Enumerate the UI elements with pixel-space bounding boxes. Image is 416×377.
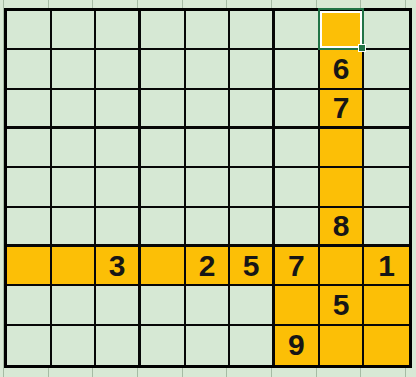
spreadsheet-canvas: { "game": "sudoku", "position": ".......… (0, 0, 416, 377)
cell-r2c5[interactable] (186, 50, 231, 89)
cell-r2c9[interactable] (364, 50, 409, 89)
selection-border (318, 8, 365, 50)
cell-r5c9[interactable] (364, 168, 409, 207)
cell-r9c4[interactable] (141, 326, 186, 365)
cell-r9c6[interactable] (230, 326, 275, 365)
cell-r8c3[interactable] (96, 286, 141, 325)
cell-r6c6[interactable] (230, 208, 275, 247)
cell-r1c6[interactable] (230, 11, 275, 50)
cell-r8c7[interactable] (275, 286, 320, 325)
sudoku-board: 6783257159 (4, 8, 412, 368)
cell-r3c9[interactable] (364, 90, 409, 129)
cell-r2c4[interactable] (141, 50, 186, 89)
cell-r1c4[interactable] (141, 11, 186, 50)
cell-r3c1[interactable] (7, 90, 52, 129)
cell-r4c6[interactable] (230, 129, 275, 168)
cell-r6c8[interactable]: 8 (320, 208, 365, 247)
cell-r5c4[interactable] (141, 168, 186, 207)
cell-r3c6[interactable] (230, 90, 275, 129)
cell-r9c3[interactable] (96, 326, 141, 365)
cell-r3c7[interactable] (275, 90, 320, 129)
cell-r5c2[interactable] (52, 168, 97, 207)
cell-r4c4[interactable] (141, 129, 186, 168)
cell-r2c7[interactable] (275, 50, 320, 89)
cell-r2c6[interactable] (230, 50, 275, 89)
cell-r3c8[interactable]: 7 (320, 90, 365, 129)
cell-r7c1[interactable] (7, 247, 52, 286)
cell-r7c7[interactable]: 7 (275, 247, 320, 286)
cell-r9c5[interactable] (186, 326, 231, 365)
cell-r8c9[interactable] (364, 286, 409, 325)
cell-r8c1[interactable] (7, 286, 52, 325)
cell-r7c2[interactable] (52, 247, 97, 286)
cell-r6c3[interactable] (96, 208, 141, 247)
cell-r1c2[interactable] (52, 11, 97, 50)
cell-r7c4[interactable] (141, 247, 186, 286)
cell-r4c7[interactable] (275, 129, 320, 168)
cell-r8c5[interactable] (186, 286, 231, 325)
cell-r7c5[interactable]: 2 (186, 247, 231, 286)
cell-r1c1[interactable] (7, 11, 52, 50)
cell-r1c7[interactable] (275, 11, 320, 50)
fill-handle[interactable] (358, 44, 366, 52)
cell-r9c2[interactable] (52, 326, 97, 365)
cell-r5c3[interactable] (96, 168, 141, 207)
cell-r7c9[interactable]: 1 (364, 247, 409, 286)
cell-r3c3[interactable] (96, 90, 141, 129)
cell-r4c5[interactable] (186, 129, 231, 168)
cell-r1c9[interactable] (364, 11, 409, 50)
cell-r1c8[interactable] (320, 11, 365, 50)
cell-r3c5[interactable] (186, 90, 231, 129)
cell-r7c8[interactable] (320, 247, 365, 286)
cell-r6c5[interactable] (186, 208, 231, 247)
cell-r8c4[interactable] (141, 286, 186, 325)
cell-r7c6[interactable]: 5 (230, 247, 275, 286)
cell-r5c8[interactable] (320, 168, 365, 207)
cell-r4c3[interactable] (96, 129, 141, 168)
cell-r2c2[interactable] (52, 50, 97, 89)
cell-r4c1[interactable] (7, 129, 52, 168)
cell-r8c2[interactable] (52, 286, 97, 325)
cell-r6c1[interactable] (7, 208, 52, 247)
cell-r2c3[interactable] (96, 50, 141, 89)
cell-r5c7[interactable] (275, 168, 320, 207)
cell-r9c1[interactable] (7, 326, 52, 365)
cell-r6c4[interactable] (141, 208, 186, 247)
cell-r7c3[interactable]: 3 (96, 247, 141, 286)
cell-r3c4[interactable] (141, 90, 186, 129)
cell-r3c2[interactable] (52, 90, 97, 129)
cell-r6c9[interactable] (364, 208, 409, 247)
cell-r5c5[interactable] (186, 168, 231, 207)
cell-r8c8[interactable]: 5 (320, 286, 365, 325)
cell-r6c2[interactable] (52, 208, 97, 247)
cell-r1c3[interactable] (96, 11, 141, 50)
cell-r9c9[interactable] (364, 326, 409, 365)
cell-r2c1[interactable] (7, 50, 52, 89)
cell-r9c7[interactable]: 9 (275, 326, 320, 365)
cell-r8c6[interactable] (230, 286, 275, 325)
cell-r1c5[interactable] (186, 11, 231, 50)
cell-r5c1[interactable] (7, 168, 52, 207)
cell-r9c8[interactable] (320, 326, 365, 365)
cell-r2c8[interactable]: 6 (320, 50, 365, 89)
cell-r6c7[interactable] (275, 208, 320, 247)
cell-r4c8[interactable] (320, 129, 365, 168)
cell-r5c6[interactable] (230, 168, 275, 207)
cell-r4c2[interactable] (52, 129, 97, 168)
cell-r4c9[interactable] (364, 129, 409, 168)
